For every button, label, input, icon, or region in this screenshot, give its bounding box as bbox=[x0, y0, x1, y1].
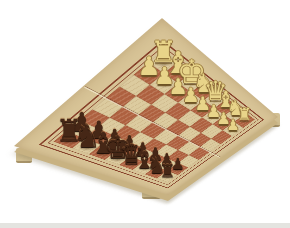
piece-black-rook[interactable]: ♜ bbox=[157, 162, 178, 180]
piece-white-pawn[interactable]: ♟ bbox=[224, 118, 242, 133]
chess-set-photo: Overhead corner-angle product photo of a… bbox=[0, 0, 290, 228]
